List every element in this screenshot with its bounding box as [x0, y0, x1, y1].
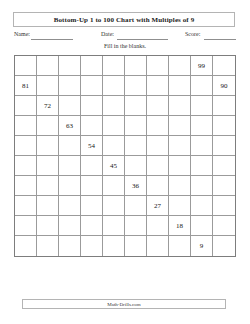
grid-cell-blank[interactable]: [191, 96, 213, 116]
date-input-line[interactable]: [117, 39, 168, 40]
score-input-line[interactable]: [204, 39, 236, 40]
footer-site-text: Math-Drills.com: [107, 302, 140, 307]
grid-cell-blank[interactable]: [37, 76, 59, 96]
grid-cell-blank[interactable]: [81, 176, 103, 196]
grid-cell-given: 18: [169, 216, 191, 236]
grid-cell-blank[interactable]: [213, 116, 235, 136]
grid-cell-blank[interactable]: [15, 176, 37, 196]
grid-cell-blank[interactable]: [213, 176, 235, 196]
name-label: Name:: [14, 31, 30, 37]
grid-cell-blank[interactable]: [15, 216, 37, 236]
grid-cell-blank[interactable]: [147, 236, 169, 256]
grid-cell-blank[interactable]: [81, 196, 103, 216]
grid-cell-blank[interactable]: [191, 176, 213, 196]
grid-cell-given: 99: [191, 56, 213, 76]
grid-cell-blank[interactable]: [37, 196, 59, 216]
grid-cell-blank[interactable]: [81, 236, 103, 256]
grid-cell-blank[interactable]: [37, 56, 59, 76]
grid-cell-given: 63: [59, 116, 81, 136]
grid-cell-blank[interactable]: [147, 56, 169, 76]
grid-cell-blank[interactable]: [147, 116, 169, 136]
grid-cell-blank[interactable]: [125, 96, 147, 116]
grid-cell-blank[interactable]: [125, 56, 147, 76]
grid-cell-given: 90: [213, 76, 235, 96]
grid-cell-blank[interactable]: [15, 196, 37, 216]
grid-cell-blank[interactable]: [147, 76, 169, 96]
grid-cell-blank[interactable]: [59, 176, 81, 196]
grid-cell-blank[interactable]: [191, 116, 213, 136]
grid-cell-blank[interactable]: [81, 116, 103, 136]
grid-cell-given: 81: [15, 76, 37, 96]
grid-cell-blank[interactable]: [147, 156, 169, 176]
grid-cell-blank[interactable]: [59, 216, 81, 236]
grid-cell-given: 9: [191, 236, 213, 256]
grid-cell-blank[interactable]: [213, 236, 235, 256]
page-title: Bottom-Up 1 to 100 Chart with Multiples …: [54, 16, 195, 24]
grid-cell-blank[interactable]: [103, 136, 125, 156]
grid-cell-blank[interactable]: [213, 196, 235, 216]
grid-cell-blank[interactable]: [59, 136, 81, 156]
grid-cell-blank[interactable]: [59, 156, 81, 176]
grid-cell-blank[interactable]: [169, 196, 191, 216]
grid-cell-blank[interactable]: [169, 176, 191, 196]
grid-cell-given: 72: [37, 96, 59, 116]
score-label: Score:: [185, 31, 200, 37]
grid-cell-blank[interactable]: [37, 136, 59, 156]
grid-cell-blank[interactable]: [125, 196, 147, 216]
grid-cell-given: 54: [81, 136, 103, 156]
grid-cell-blank[interactable]: [81, 76, 103, 96]
grid-cell-blank[interactable]: [37, 236, 59, 256]
grid-cell-blank[interactable]: [15, 56, 37, 76]
grid-cell-blank[interactable]: [59, 56, 81, 76]
grid-cell-blank[interactable]: [59, 196, 81, 216]
grid-cell-blank[interactable]: [191, 196, 213, 216]
grid-cell-blank[interactable]: [103, 176, 125, 196]
grid-cell-blank[interactable]: [103, 216, 125, 236]
grid-cell-blank[interactable]: [59, 236, 81, 256]
worksheet-title-box: Bottom-Up 1 to 100 Chart with Multiples …: [13, 12, 235, 27]
grid-cell-blank[interactable]: [81, 96, 103, 116]
grid-cell-blank[interactable]: [191, 136, 213, 156]
grid-cell-blank[interactable]: [125, 236, 147, 256]
grid-cell-blank[interactable]: [81, 56, 103, 76]
grid-cell-blank[interactable]: [213, 136, 235, 156]
grid-cell-blank[interactable]: [125, 136, 147, 156]
grid-cell-blank[interactable]: [37, 176, 59, 196]
grid-cell-blank[interactable]: [147, 176, 169, 196]
date-label: Date:: [101, 31, 114, 37]
grid-cell-blank[interactable]: [15, 116, 37, 136]
grid-cell-blank[interactable]: [103, 196, 125, 216]
grid-cell-blank[interactable]: [125, 156, 147, 176]
grid-cell-blank[interactable]: [169, 156, 191, 176]
grid-cell-given: 27: [147, 196, 169, 216]
grid-cell-blank[interactable]: [81, 216, 103, 236]
name-input-line[interactable]: [31, 39, 73, 40]
grid-cell-blank[interactable]: [191, 156, 213, 176]
grid-cell-blank[interactable]: [191, 76, 213, 96]
grid-cell-blank[interactable]: [169, 236, 191, 256]
grid-cell-blank[interactable]: [37, 116, 59, 136]
grid-cell-blank[interactable]: [213, 96, 235, 116]
grid-cell-blank[interactable]: [191, 216, 213, 236]
grid-cell-blank[interactable]: [147, 96, 169, 116]
grid-cell-given: 36: [125, 176, 147, 196]
grid-cell-blank[interactable]: [125, 116, 147, 136]
grid-cell-blank[interactable]: [103, 236, 125, 256]
grid-cell-blank[interactable]: [147, 136, 169, 156]
footer-box: Math-Drills.com: [22, 299, 226, 309]
hundred-chart-grid: 998190726354453627189: [14, 55, 236, 257]
grid-cell-blank[interactable]: [169, 136, 191, 156]
grid-cell-blank[interactable]: [213, 216, 235, 236]
grid-cell-blank[interactable]: [169, 96, 191, 116]
grid-cell-blank[interactable]: [103, 96, 125, 116]
grid-cell-blank[interactable]: [147, 216, 169, 236]
grid-cell-blank[interactable]: [213, 156, 235, 176]
grid-cell-blank[interactable]: [81, 156, 103, 176]
grid-cell-blank[interactable]: [213, 56, 235, 76]
grid-cell-blank[interactable]: [125, 216, 147, 236]
grid-cell-blank[interactable]: [103, 56, 125, 76]
grid-cell-given: 45: [103, 156, 125, 176]
grid-cell-blank[interactable]: [125, 76, 147, 96]
grid-cell-blank[interactable]: [15, 96, 37, 116]
grid-cell-blank[interactable]: [15, 156, 37, 176]
grid-cell-blank[interactable]: [59, 96, 81, 116]
instruction-text: Fill in the blanks.: [0, 43, 250, 49]
grid-cell-blank[interactable]: [169, 116, 191, 136]
grid-cell-blank[interactable]: [169, 76, 191, 96]
grid-cell-blank[interactable]: [59, 76, 81, 96]
grid-cell-blank[interactable]: [37, 156, 59, 176]
grid-cell-blank[interactable]: [15, 236, 37, 256]
grid-cell-blank[interactable]: [103, 76, 125, 96]
grid-cell-blank[interactable]: [103, 116, 125, 136]
grid-cell-blank[interactable]: [37, 216, 59, 236]
grid-cell-blank[interactable]: [15, 136, 37, 156]
grid-cell-blank[interactable]: [169, 56, 191, 76]
